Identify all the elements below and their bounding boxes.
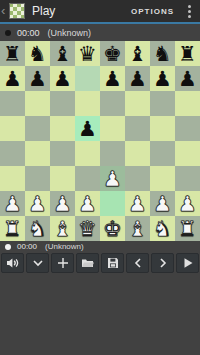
square-a5[interactable] <box>0 116 25 141</box>
piece-white-knight: ♞ <box>150 216 175 241</box>
piece-white-pawn: ♟ <box>150 191 175 216</box>
chevron-right-icon <box>157 257 169 269</box>
square-h1[interactable]: ♜ <box>175 216 200 241</box>
square-d4[interactable] <box>75 141 100 166</box>
overflow-menu-icon[interactable] <box>186 3 193 20</box>
piece-white-knight: ♞ <box>25 216 50 241</box>
checkerboard-app-icon <box>9 3 25 19</box>
square-d2[interactable]: ♟ <box>75 191 100 216</box>
save-button[interactable] <box>101 253 124 273</box>
piece-black-knight: ♞ <box>150 41 175 66</box>
black-clock: 00:00 <box>17 28 40 38</box>
page-title: Play <box>32 4 131 18</box>
open-button[interactable] <box>76 253 99 273</box>
piece-black-pawn: ♟ <box>100 66 125 91</box>
piece-black-bishop: ♝ <box>50 41 75 66</box>
square-f8[interactable]: ♝ <box>125 41 150 66</box>
black-player-name: (Unknown) <box>48 28 92 38</box>
piece-black-rook: ♜ <box>175 41 200 66</box>
prev-move-button[interactable] <box>126 253 149 273</box>
square-h8[interactable]: ♜ <box>175 41 200 66</box>
square-e7[interactable]: ♟ <box>100 66 125 91</box>
square-e1[interactable]: ♚ <box>100 216 125 241</box>
square-h3[interactable] <box>175 166 200 191</box>
piece-black-pawn: ♟ <box>125 66 150 91</box>
back-icon[interactable]: ‹ <box>1 0 7 22</box>
square-f1[interactable]: ♝ <box>125 216 150 241</box>
action-bar: ‹ Play OPTIONS <box>0 0 200 24</box>
chevron-down-icon <box>32 257 44 269</box>
square-c3[interactable] <box>50 166 75 191</box>
square-d5[interactable]: ♟ <box>75 116 100 141</box>
square-h2[interactable]: ♟ <box>175 191 200 216</box>
square-c4[interactable] <box>50 141 75 166</box>
piece-white-pawn: ♟ <box>125 191 150 216</box>
square-h6[interactable] <box>175 91 200 116</box>
save-icon <box>107 257 119 269</box>
folder-open-icon <box>81 257 94 269</box>
square-b3[interactable] <box>25 166 50 191</box>
piece-white-bishop: ♝ <box>50 216 75 241</box>
square-f7[interactable]: ♟ <box>125 66 150 91</box>
white-player-name: (Unknown) <box>45 242 84 251</box>
play-icon <box>182 257 194 269</box>
square-d7[interactable] <box>75 66 100 91</box>
square-g3[interactable] <box>150 166 175 191</box>
next-move-button[interactable] <box>151 253 174 273</box>
square-e3[interactable]: ♟ <box>100 166 125 191</box>
square-g7[interactable]: ♟ <box>150 66 175 91</box>
square-a6[interactable] <box>0 91 25 116</box>
square-a8[interactable]: ♜ <box>0 41 25 66</box>
square-b2[interactable]: ♟ <box>25 191 50 216</box>
piece-white-pawn: ♟ <box>100 166 125 191</box>
square-d3[interactable] <box>75 166 100 191</box>
chess-board[interactable]: ♜♞♝♛♚♝♞♜♟♟♟♟♟♟♟♟♟♟♟♟♟♟♟♟♜♞♝♛♚♝♞♜ <box>0 41 200 241</box>
volume-icon <box>6 257 19 269</box>
piece-black-pawn: ♟ <box>50 66 75 91</box>
black-clock-row: 00:00 (Unknown) <box>0 24 200 41</box>
square-f6[interactable] <box>125 91 150 116</box>
piece-white-rook: ♜ <box>175 216 200 241</box>
square-e8[interactable]: ♚ <box>100 41 125 66</box>
square-a4[interactable] <box>0 141 25 166</box>
white-clock-row: 00:00 (Unknown) <box>0 241 200 252</box>
piece-white-pawn: ♟ <box>25 191 50 216</box>
white-clock: 00:00 <box>17 242 37 251</box>
piece-white-king: ♚ <box>100 216 125 241</box>
piece-white-pawn: ♟ <box>75 191 100 216</box>
piece-black-rook: ♜ <box>0 41 25 66</box>
square-g6[interactable] <box>150 91 175 116</box>
piece-white-bishop: ♝ <box>125 216 150 241</box>
chess-app: ‹ Play OPTIONS 00:00 (Unknown) ♜♞♝♛♚♝♞♜♟… <box>0 0 200 355</box>
square-b7[interactable]: ♟ <box>25 66 50 91</box>
square-g8[interactable]: ♞ <box>150 41 175 66</box>
piece-white-pawn: ♟ <box>175 191 200 216</box>
piece-black-pawn: ♟ <box>150 66 175 91</box>
piece-black-pawn: ♟ <box>0 66 25 91</box>
piece-black-knight: ♞ <box>25 41 50 66</box>
square-a3[interactable] <box>0 166 25 191</box>
square-b4[interactable] <box>25 141 50 166</box>
piece-black-pawn: ♟ <box>25 66 50 91</box>
square-h7[interactable]: ♟ <box>175 66 200 91</box>
collapse-button[interactable] <box>26 253 49 273</box>
black-side-icon <box>5 30 11 36</box>
square-e2[interactable] <box>100 191 125 216</box>
square-f3[interactable] <box>125 166 150 191</box>
square-e4[interactable] <box>100 141 125 166</box>
piece-white-rook: ♜ <box>0 216 25 241</box>
square-c7[interactable]: ♟ <box>50 66 75 91</box>
square-h4[interactable] <box>175 141 200 166</box>
piece-black-pawn: ♟ <box>75 116 100 141</box>
chevron-left-icon <box>132 257 144 269</box>
play-engine-button[interactable] <box>176 253 199 273</box>
square-h5[interactable] <box>175 116 200 141</box>
square-a1[interactable]: ♜ <box>0 216 25 241</box>
square-b8[interactable]: ♞ <box>25 41 50 66</box>
options-button[interactable]: OPTIONS <box>131 7 174 16</box>
white-side-icon <box>5 244 11 250</box>
square-f4[interactable] <box>125 141 150 166</box>
bottom-toolbar <box>0 252 200 274</box>
square-c8[interactable]: ♝ <box>50 41 75 66</box>
square-c1[interactable]: ♝ <box>50 216 75 241</box>
square-d6[interactable] <box>75 91 100 116</box>
square-b5[interactable] <box>25 116 50 141</box>
square-c2[interactable]: ♟ <box>50 191 75 216</box>
square-e5[interactable] <box>100 116 125 141</box>
volume-button[interactable] <box>1 253 24 273</box>
square-a2[interactable]: ♟ <box>0 191 25 216</box>
square-d8[interactable]: ♛ <box>75 41 100 66</box>
square-g4[interactable] <box>150 141 175 166</box>
piece-black-queen: ♛ <box>75 41 100 66</box>
square-e6[interactable] <box>100 91 125 116</box>
square-g2[interactable]: ♟ <box>150 191 175 216</box>
square-c6[interactable] <box>50 91 75 116</box>
square-a7[interactable]: ♟ <box>0 66 25 91</box>
square-b6[interactable] <box>25 91 50 116</box>
empty-area <box>0 274 200 355</box>
piece-black-king: ♚ <box>100 41 125 66</box>
square-b1[interactable]: ♞ <box>25 216 50 241</box>
plus-icon <box>57 257 69 269</box>
square-f5[interactable] <box>125 116 150 141</box>
piece-black-bishop: ♝ <box>125 41 150 66</box>
square-f2[interactable]: ♟ <box>125 191 150 216</box>
square-g5[interactable] <box>150 116 175 141</box>
square-c5[interactable] <box>50 116 75 141</box>
new-game-button[interactable] <box>51 253 74 273</box>
piece-white-queen: ♛ <box>75 216 100 241</box>
piece-black-pawn: ♟ <box>175 66 200 91</box>
piece-white-pawn: ♟ <box>50 191 75 216</box>
square-g1[interactable]: ♞ <box>150 216 175 241</box>
piece-white-pawn: ♟ <box>0 191 25 216</box>
square-d1[interactable]: ♛ <box>75 216 100 241</box>
